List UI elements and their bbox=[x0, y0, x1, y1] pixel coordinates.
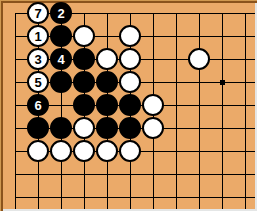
grid-line-vertical bbox=[222, 13, 223, 209]
move-number-label: 6 bbox=[34, 99, 41, 112]
black-stone[interactable] bbox=[96, 117, 118, 139]
black-stone[interactable] bbox=[96, 94, 118, 116]
black-stone[interactable]: 2 bbox=[50, 2, 72, 24]
white-stone[interactable]: 1 bbox=[27, 25, 49, 47]
go-diagram: 7213456 bbox=[0, 0, 257, 211]
black-stone[interactable] bbox=[96, 71, 118, 93]
black-stone[interactable] bbox=[119, 94, 141, 116]
white-stone[interactable] bbox=[119, 25, 141, 47]
move-number-label: 1 bbox=[34, 30, 41, 43]
white-stone[interactable] bbox=[73, 25, 95, 47]
black-stone[interactable]: 6 bbox=[27, 94, 49, 116]
grid-line-vertical bbox=[199, 13, 200, 209]
grid-line-horizontal bbox=[15, 197, 255, 198]
black-stone[interactable] bbox=[119, 117, 141, 139]
black-stone[interactable] bbox=[50, 71, 72, 93]
white-stone[interactable] bbox=[142, 94, 164, 116]
black-stone[interactable] bbox=[73, 94, 95, 116]
white-stone[interactable] bbox=[119, 71, 141, 93]
white-stone[interactable] bbox=[73, 140, 95, 162]
go-board[interactable]: 7213456 bbox=[0, 0, 257, 211]
black-stone[interactable] bbox=[73, 71, 95, 93]
white-stone[interactable] bbox=[96, 140, 118, 162]
white-stone[interactable] bbox=[119, 140, 141, 162]
black-stone[interactable] bbox=[27, 117, 49, 139]
white-stone[interactable] bbox=[119, 48, 141, 70]
move-number-label: 5 bbox=[34, 76, 41, 89]
white-stone[interactable]: 5 bbox=[27, 71, 49, 93]
white-stone[interactable]: 7 bbox=[27, 2, 49, 24]
move-number-label: 2 bbox=[57, 7, 64, 20]
white-stone[interactable] bbox=[73, 117, 95, 139]
black-stone[interactable] bbox=[73, 48, 95, 70]
black-stone[interactable] bbox=[50, 117, 72, 139]
black-stone[interactable]: 4 bbox=[50, 48, 72, 70]
star-point bbox=[220, 80, 225, 85]
white-stone[interactable] bbox=[27, 140, 49, 162]
grid-line-horizontal bbox=[15, 174, 255, 175]
white-stone[interactable] bbox=[96, 48, 118, 70]
move-number-label: 7 bbox=[34, 7, 41, 20]
move-number-label: 4 bbox=[57, 53, 64, 66]
white-stone[interactable] bbox=[50, 140, 72, 162]
white-stone[interactable] bbox=[142, 117, 164, 139]
grid-line-vertical bbox=[245, 13, 246, 209]
move-number-label: 3 bbox=[34, 53, 41, 66]
black-stone[interactable] bbox=[50, 25, 72, 47]
grid-line-vertical bbox=[15, 13, 16, 209]
white-stone[interactable] bbox=[188, 48, 210, 70]
white-stone[interactable]: 3 bbox=[27, 48, 49, 70]
grid-line-vertical bbox=[176, 13, 177, 209]
